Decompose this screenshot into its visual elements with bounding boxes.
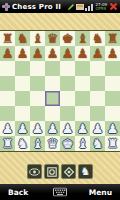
white-knight: ♞	[90, 136, 105, 151]
square-e7[interactable]: ♟	[60, 46, 75, 61]
black-bishop: ♝	[75, 31, 90, 46]
toolbar: ♞	[0, 163, 120, 180]
square-h8[interactable]: ♜	[105, 31, 120, 46]
square-g8[interactable]: ♞	[90, 31, 105, 46]
square-a7[interactable]: ♟	[0, 46, 15, 61]
frame-icon	[47, 167, 57, 177]
square-b6[interactable]	[15, 61, 30, 76]
square-d8[interactable]: ♛	[45, 31, 60, 46]
square-d7[interactable]: ♟	[45, 46, 60, 61]
square-b5[interactable]	[15, 76, 30, 91]
close-icon[interactable]	[109, 2, 118, 11]
black-pawn: ♟	[15, 46, 30, 61]
square-e1[interactable]: ♚	[60, 136, 75, 151]
square-d3[interactable]	[45, 106, 60, 121]
square-h2[interactable]: ♟	[105, 121, 120, 136]
square-e5[interactable]	[60, 76, 75, 91]
square-b7[interactable]: ♟	[15, 46, 30, 61]
app-title: Chess Pro II	[12, 3, 67, 11]
black-pawn: ♟	[75, 46, 90, 61]
square-a1[interactable]: ♜	[0, 136, 15, 151]
white-queen: ♛	[45, 136, 60, 151]
square-g7[interactable]: ♟	[90, 46, 105, 61]
menu-softkey[interactable]: Menu	[89, 188, 112, 197]
square-h4[interactable]	[105, 91, 120, 106]
eye-button[interactable]	[27, 164, 42, 179]
square-d1[interactable]: ♛	[45, 136, 60, 151]
square-f2[interactable]: ♟	[75, 121, 90, 136]
square-e6[interactable]	[60, 61, 75, 76]
square-e2[interactable]: ♟	[60, 121, 75, 136]
white-knight: ♞	[15, 136, 30, 151]
black-pawn: ♟	[60, 46, 75, 61]
square-g2[interactable]: ♟	[90, 121, 105, 136]
white-pawn: ♟	[0, 121, 15, 136]
square-a5[interactable]	[0, 76, 15, 91]
black-rook: ♜	[0, 31, 15, 46]
white-pawn: ♟	[15, 121, 30, 136]
square-g5[interactable]	[90, 76, 105, 91]
status-network: GPRS	[95, 7, 107, 11]
square-g4[interactable]	[90, 91, 105, 106]
upper-margin	[0, 13, 120, 30]
square-e4[interactable]	[60, 91, 75, 106]
square-b8[interactable]: ♞	[15, 31, 30, 46]
black-pawn: ♟	[0, 46, 15, 61]
square-f4[interactable]	[75, 91, 90, 106]
square-f3[interactable]	[75, 106, 90, 121]
back-softkey[interactable]: Back	[8, 188, 28, 197]
square-b4[interactable]	[15, 91, 30, 106]
square-g1[interactable]: ♞	[90, 136, 105, 151]
square-c8[interactable]: ♝	[30, 31, 45, 46]
square-g6[interactable]	[90, 61, 105, 76]
black-knight: ♞	[15, 31, 30, 46]
knight-button[interactable]: ♞	[78, 164, 93, 179]
white-pawn: ♟	[105, 121, 120, 136]
square-g3[interactable]	[90, 106, 105, 121]
square-d5[interactable]	[45, 76, 60, 91]
square-b1[interactable]: ♞	[15, 136, 30, 151]
square-b3[interactable]	[15, 106, 30, 121]
square-h7[interactable]: ♟	[105, 46, 120, 61]
square-c4[interactable]	[30, 91, 45, 106]
square-d2[interactable]: ♟	[45, 121, 60, 136]
square-f1[interactable]: ♝	[75, 136, 90, 151]
square-f6[interactable]	[75, 61, 90, 76]
white-pawn: ♟	[60, 121, 75, 136]
square-c3[interactable]	[30, 106, 45, 121]
square-e8[interactable]: ♚	[60, 31, 75, 46]
square-a3[interactable]	[0, 106, 15, 121]
diamond-icon	[64, 167, 74, 177]
black-pawn: ♟	[45, 46, 60, 61]
status-text: 27:09 GPRS	[95, 3, 107, 11]
square-c1[interactable]: ♝	[30, 136, 45, 151]
square-b2[interactable]: ♟	[15, 121, 30, 136]
photo-icon	[76, 4, 84, 10]
square-c2[interactable]: ♟	[30, 121, 45, 136]
signal-icon	[85, 3, 93, 11]
square-f5[interactable]	[75, 76, 90, 91]
title-bar: Chess Pro II 27:09 GPRS	[0, 0, 120, 13]
square-h3[interactable]	[105, 106, 120, 121]
white-bishop: ♝	[30, 136, 45, 151]
white-rook: ♜	[105, 136, 120, 151]
softkey-bar: Back Menu	[0, 184, 120, 200]
chess-board: ♜♞♝♛♚♝♞♜♟♟♟♟♟♟♟♟♟♟♟♟♟♟♟♟♜♞♝♛♚♝♞♜	[0, 30, 120, 152]
square-a4[interactable]	[0, 91, 15, 106]
black-bishop: ♝	[30, 31, 45, 46]
square-c7[interactable]: ♟	[30, 46, 45, 61]
pencil-icon	[67, 3, 75, 11]
keyboard-icon[interactable]	[53, 188, 67, 197]
diamond-button[interactable]	[61, 164, 76, 179]
square-c5[interactable]	[30, 76, 45, 91]
square-f7[interactable]: ♟	[75, 46, 90, 61]
white-pawn: ♟	[30, 121, 45, 136]
white-bishop: ♝	[75, 136, 90, 151]
black-pawn: ♟	[105, 46, 120, 61]
square-a8[interactable]: ♜	[0, 31, 15, 46]
square-a6[interactable]	[0, 61, 15, 76]
square-d4[interactable]	[45, 91, 60, 106]
black-queen: ♛	[45, 31, 60, 46]
white-pawn: ♟	[45, 121, 60, 136]
square-h1[interactable]: ♜	[105, 136, 120, 151]
status-area: 27:09 GPRS	[67, 2, 118, 11]
square-f8[interactable]: ♝	[75, 31, 90, 46]
black-pawn: ♟	[90, 46, 105, 61]
square-c6[interactable]	[30, 61, 45, 76]
black-rook: ♜	[105, 31, 120, 46]
black-knight: ♞	[90, 31, 105, 46]
white-rook: ♜	[0, 136, 15, 151]
app-icon	[2, 3, 10, 11]
eye-icon	[29, 168, 40, 176]
white-pawn: ♟	[75, 121, 90, 136]
white-king: ♚	[60, 136, 75, 151]
square-e3[interactable]	[60, 106, 75, 121]
square-h6[interactable]	[105, 61, 120, 76]
white-pawn: ♟	[90, 121, 105, 136]
square-a2[interactable]: ♟	[0, 121, 15, 136]
frame-button[interactable]	[44, 164, 59, 179]
black-pawn: ♟	[30, 46, 45, 61]
black-king: ♚	[60, 31, 75, 46]
knight-icon: ♞	[81, 165, 91, 178]
square-h5[interactable]	[105, 76, 120, 91]
square-d6[interactable]	[45, 61, 60, 76]
